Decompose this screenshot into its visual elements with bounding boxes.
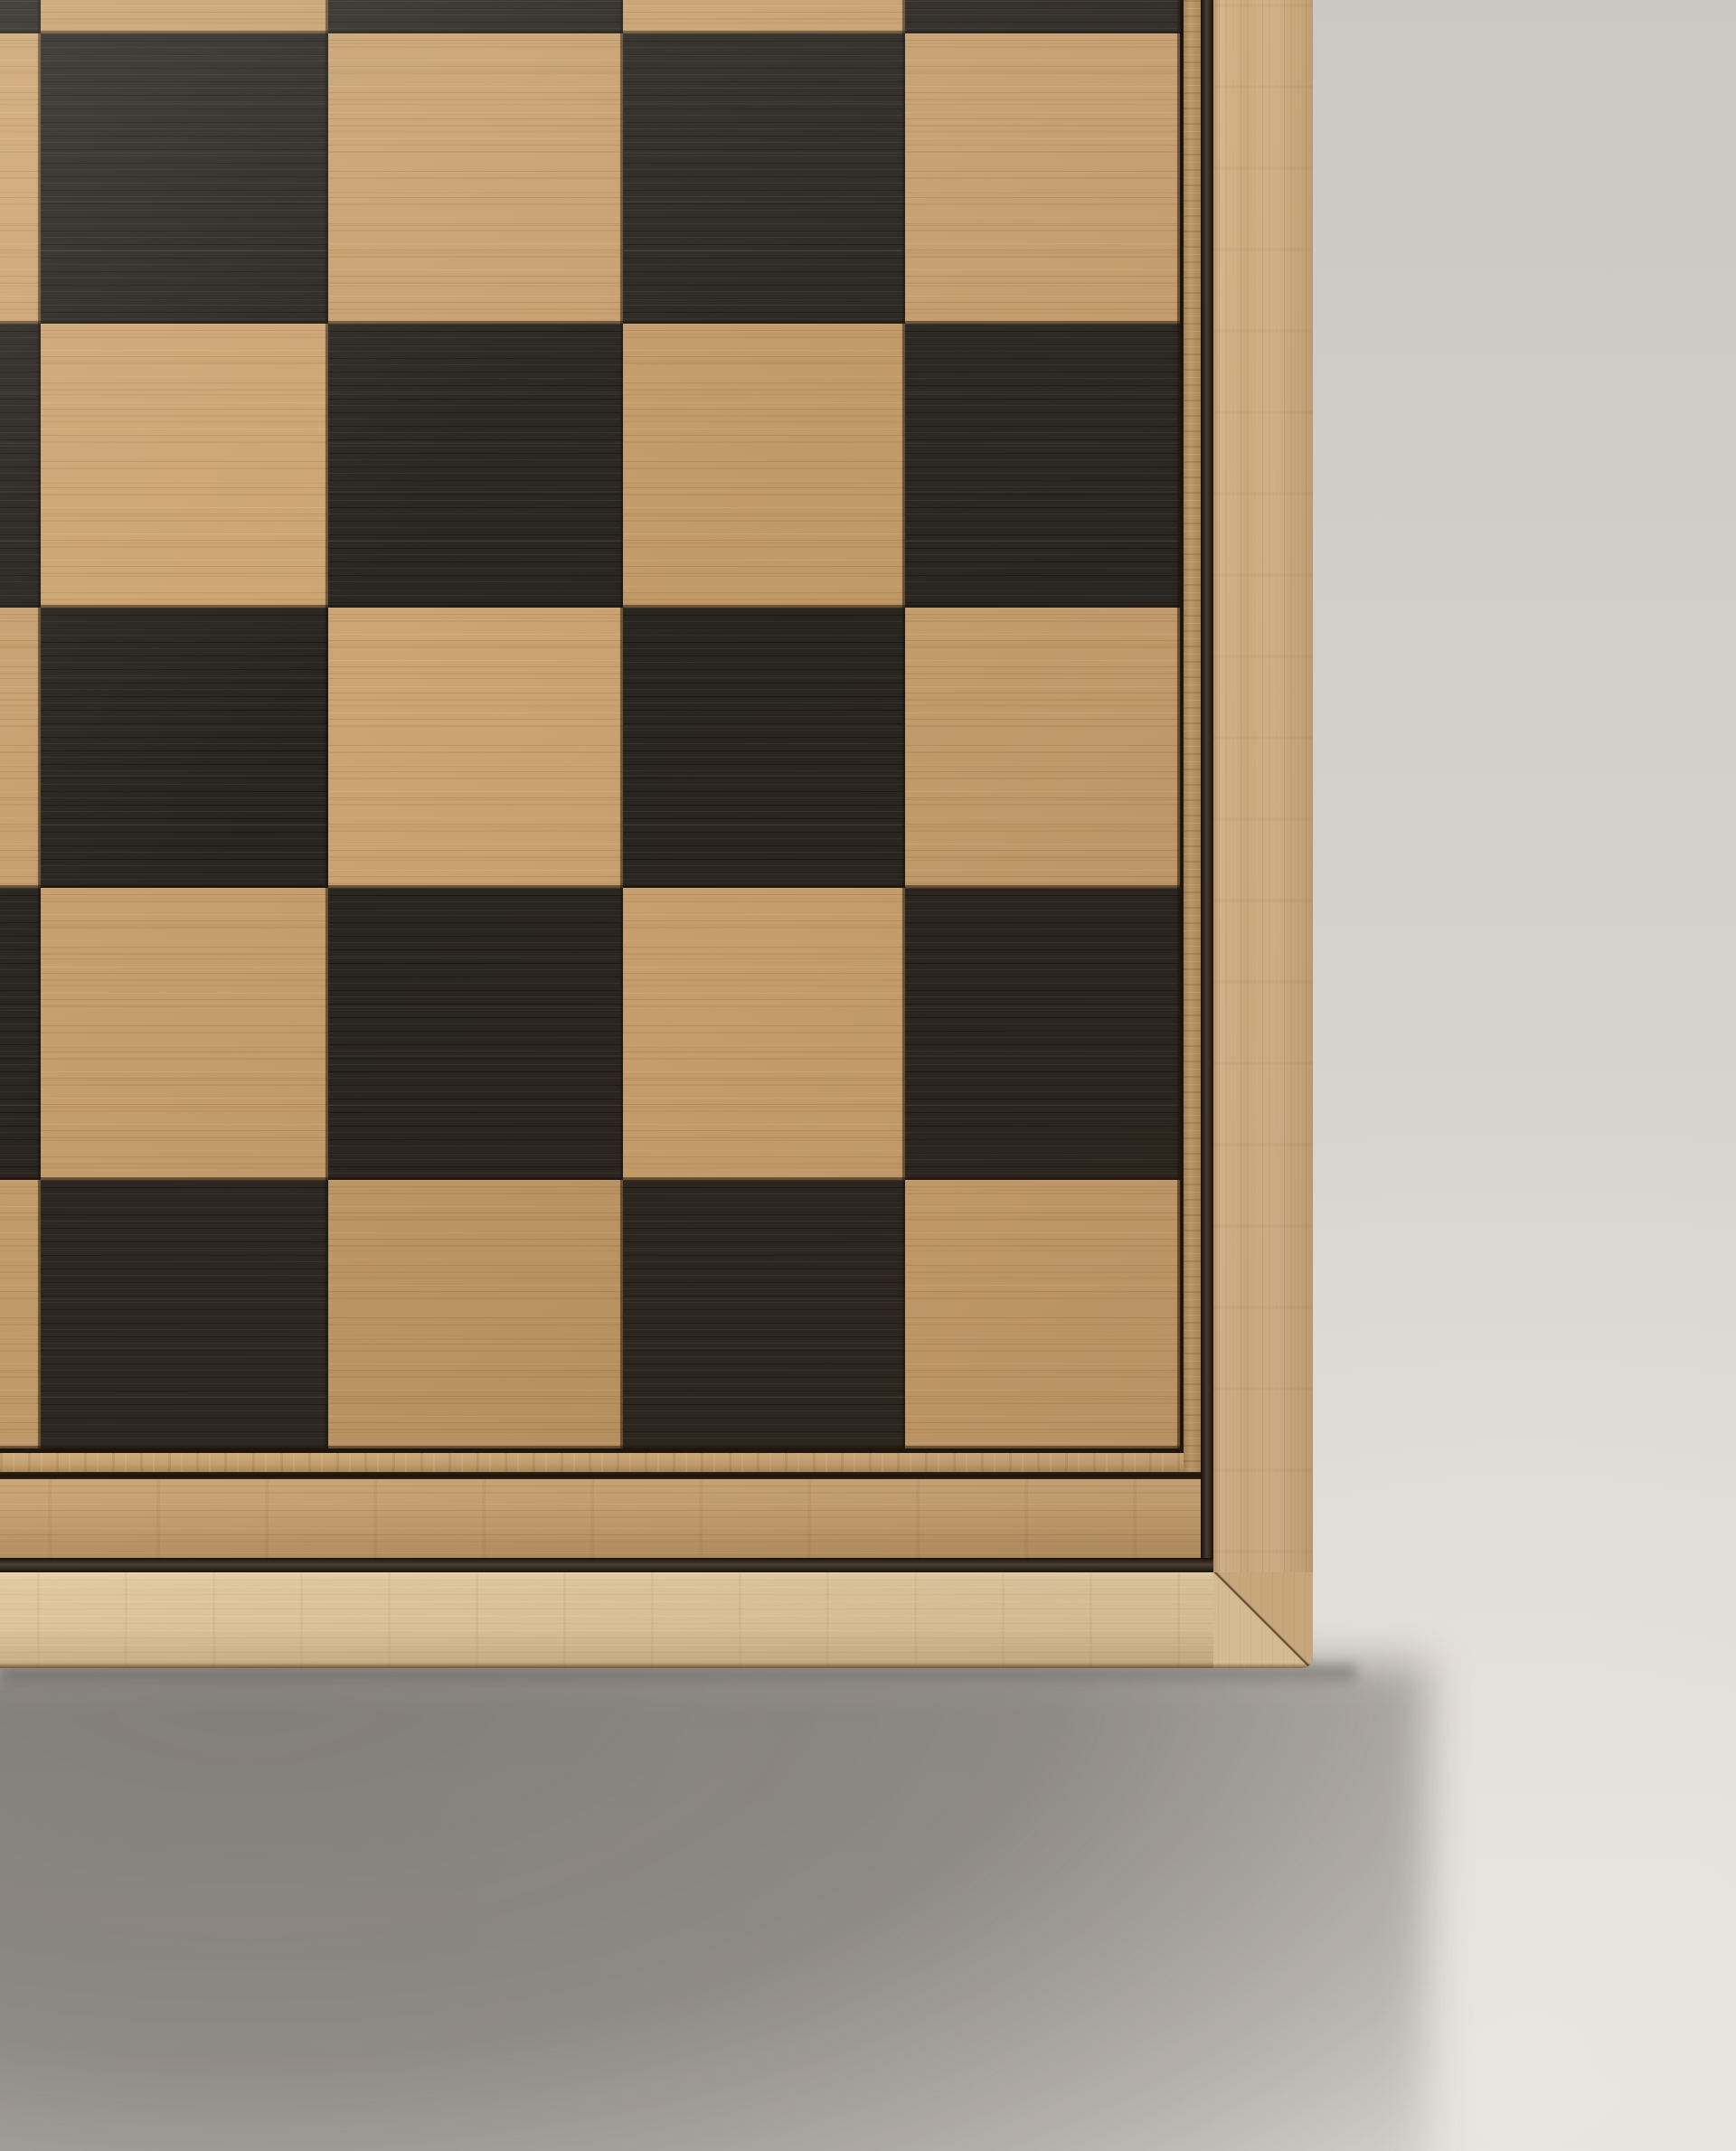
square-g3	[623, 608, 905, 888]
square-f6	[328, 0, 623, 33]
box-frame-bottom	[0, 1572, 1213, 1668]
cast-shadow	[0, 1662, 1429, 2151]
square-g5	[623, 33, 905, 324]
square-h4	[905, 324, 1180, 608]
lid-edge-strip-bottom	[0, 1453, 1184, 1472]
square-g6	[623, 0, 905, 33]
product-photo-canvas	[0, 0, 1736, 2151]
square-f5	[328, 33, 623, 324]
frame-miter-corner	[1213, 1572, 1313, 1668]
board-field	[0, 0, 1180, 1448]
contact-shadow	[0, 1665, 1356, 1689]
square-g1	[623, 1180, 905, 1448]
lid-groove-bottom	[0, 1558, 1213, 1572]
square-e1	[41, 1180, 328, 1448]
square-d6	[0, 0, 41, 33]
square-h2	[905, 888, 1180, 1180]
square-g4	[623, 324, 905, 608]
square-g2	[623, 888, 905, 1180]
square-e5	[41, 33, 328, 324]
square-h6	[905, 0, 1180, 33]
square-d4	[0, 324, 41, 608]
square-d5	[0, 33, 41, 324]
square-e2	[41, 888, 328, 1180]
square-e6	[41, 0, 328, 33]
board-grid	[0, 0, 1180, 1448]
square-f4	[328, 324, 623, 608]
lid-border-bottom	[0, 1479, 1201, 1558]
square-f2	[328, 888, 623, 1180]
box-frame-right	[1213, 0, 1313, 1668]
lid-groove-right	[1201, 0, 1213, 1572]
chessboard-box	[0, 0, 1313, 1668]
square-d2	[0, 888, 41, 1180]
lid-edge-strip-right	[1184, 0, 1201, 1472]
square-d3	[0, 608, 41, 888]
square-h5	[905, 33, 1180, 324]
border-inlay-line-bottom	[0, 1472, 1201, 1479]
square-e3	[41, 608, 328, 888]
square-d1	[0, 1180, 41, 1448]
square-h1	[905, 1180, 1180, 1448]
square-e4	[41, 324, 328, 608]
square-h3	[905, 608, 1180, 888]
square-f1	[328, 1180, 623, 1448]
square-f3	[328, 608, 623, 888]
